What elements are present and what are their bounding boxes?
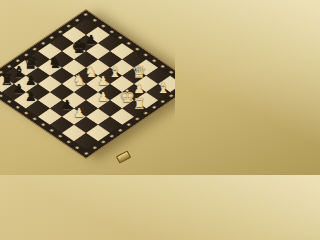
photo-background: ♜♝♛♟♟♞♚♟♟♞♞♟♟♝♟♟♛♚♟♜♝ (0, 0, 175, 175)
board-grid: ♜♝♛♟♟♞♚♟♟♞♞♟♟♝♟♟♛♚♟♜♝ (0, 19, 175, 150)
chess-board: ♜♝♛♟♟♞♚♟♟♞♞♟♟♝♟♟♛♚♟♜♝ (0, 10, 175, 158)
board-tilt-container: ♜♝♛♟♟♞♚♟♟♞♞♟♟♝♟♟♛♚♟♜♝ (0, 10, 175, 158)
brass-latch-icon (116, 150, 131, 163)
